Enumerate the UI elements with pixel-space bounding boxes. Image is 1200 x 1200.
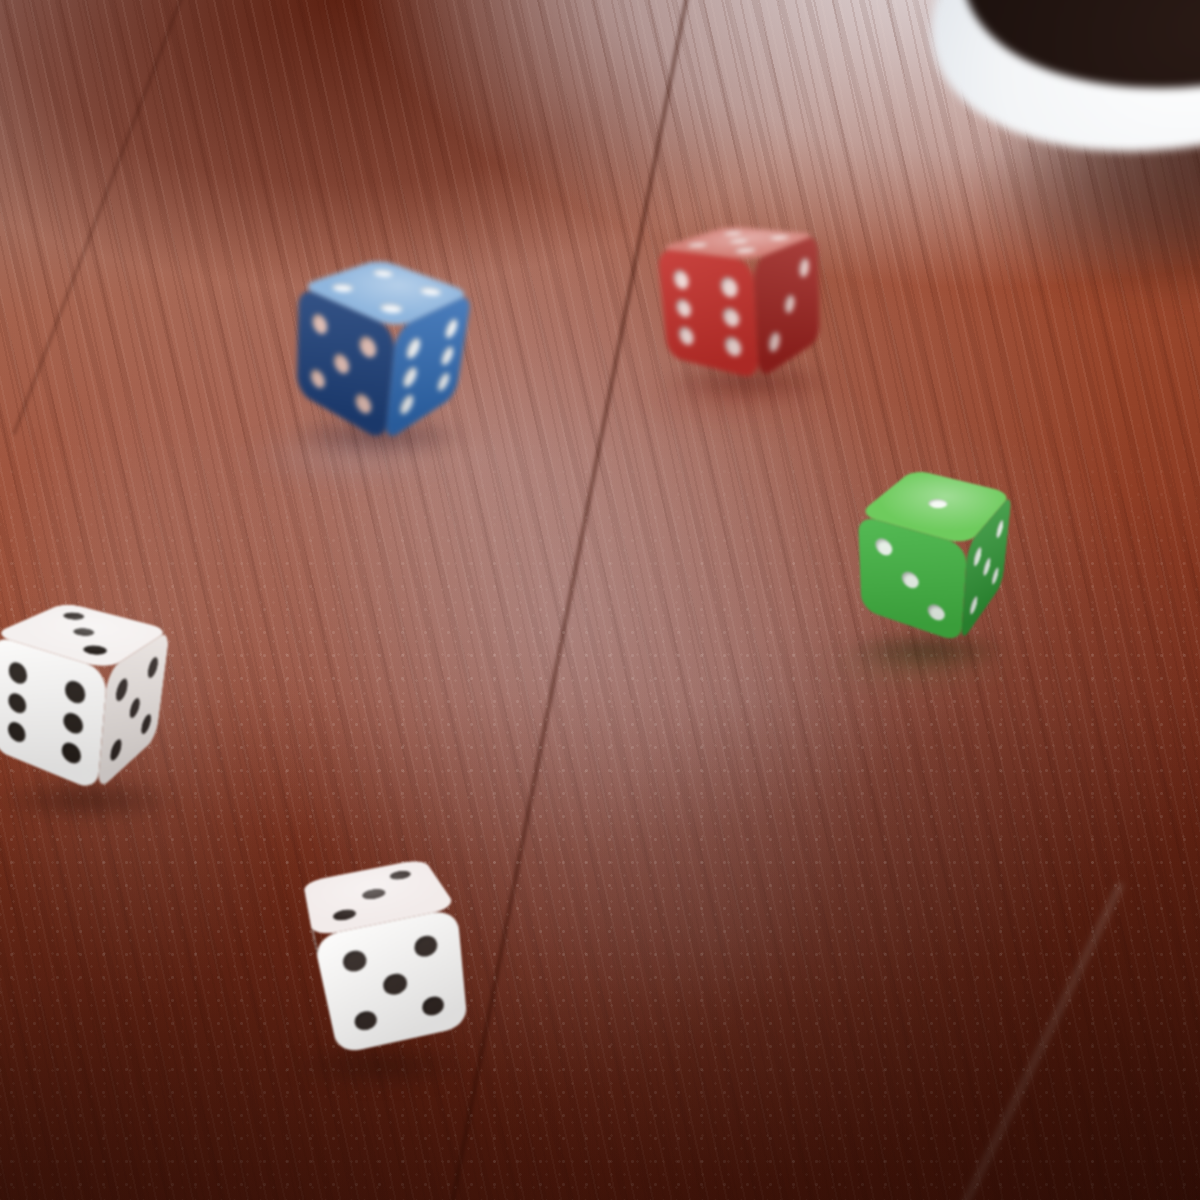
die-white-left-front-pip	[61, 740, 81, 766]
die-blue-right-pip	[437, 370, 451, 394]
die-white-bottom-front-pip	[353, 1009, 379, 1032]
die-blue-front-pip	[355, 390, 372, 416]
die-green-front-pip	[875, 536, 892, 558]
pip-cell	[696, 324, 721, 357]
die-red-front-pip	[678, 325, 694, 346]
die-red-front-pip	[676, 298, 692, 319]
pip-cell	[669, 264, 694, 296]
die-white-left-front-pip	[63, 710, 84, 737]
die-white-bottom-front-pip	[421, 994, 445, 1017]
pip-cell	[414, 988, 451, 1024]
die-white-left-top-pip	[79, 644, 111, 657]
die-white-left-front-pip	[9, 660, 27, 686]
pip-cell	[715, 270, 742, 304]
die-green-top-pip	[925, 497, 951, 510]
die-white-bottom-shadow	[285, 1044, 475, 1088]
die-white-bottom-front-pip	[382, 972, 408, 996]
die-red	[686, 240, 798, 352]
die-white-left-right-pip	[110, 736, 123, 764]
die-white-left	[18, 628, 142, 752]
die-white-bottom-front-pip	[413, 934, 439, 960]
pip-cell	[720, 329, 747, 363]
die-blue-shadow	[230, 431, 460, 485]
die-red-front-pip	[720, 276, 738, 299]
die-green-shadow	[815, 642, 1015, 686]
die-red-top-pip	[731, 247, 760, 253]
die-white-bottom	[319, 888, 447, 1016]
die-green-front-pip	[927, 602, 945, 623]
die-red-right-pip	[784, 292, 795, 316]
die-white-left-front-pip	[8, 690, 26, 716]
die-red-front-pip	[673, 269, 690, 290]
die-white-left-right-pip	[141, 711, 152, 737]
die-red-right-pip	[799, 256, 809, 279]
die-blue-front-pip	[312, 311, 328, 337]
pip-cell	[380, 995, 418, 1031]
die-blue	[323, 285, 441, 403]
die-red-right-pip	[768, 329, 780, 354]
die-white-bottom-front-pip	[341, 948, 368, 974]
pip-cell	[674, 320, 699, 352]
pip-cell	[691, 267, 717, 300]
die-blue-top-pip	[376, 302, 407, 315]
die-blue-front-pip	[333, 351, 349, 377]
die-blue-right-pip	[399, 392, 414, 418]
die-green	[881, 497, 991, 607]
pip-cell	[346, 1003, 385, 1039]
saucer-and-cup	[0, 0, 1200, 1200]
die-white-left-front-pip	[8, 720, 25, 745]
die-red-shadow	[630, 376, 840, 424]
die-red-front-pip	[722, 306, 740, 329]
die-blue-front-pip	[310, 366, 325, 391]
die-green-front-pip	[902, 569, 920, 590]
die-white-left-front-pip	[65, 678, 86, 706]
tabletop-photo	[0, 0, 1200, 1200]
die-green-right-pip	[991, 564, 999, 588]
die-blue-front-pip	[359, 333, 377, 361]
die-red-front-pip	[724, 335, 742, 358]
die-white-bottom-top-pip	[332, 908, 358, 922]
